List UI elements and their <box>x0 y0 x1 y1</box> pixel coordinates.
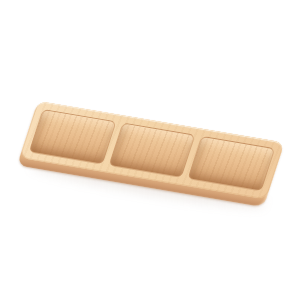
compartment-well-left <box>29 109 117 165</box>
compartment-well-middle <box>108 122 196 178</box>
photo-background <box>0 0 300 300</box>
wood-grain-overlay <box>109 123 194 176</box>
wood-grain-overlay <box>30 110 115 163</box>
wood-grain-overlay <box>189 137 274 190</box>
compartment-well-right <box>188 136 276 192</box>
